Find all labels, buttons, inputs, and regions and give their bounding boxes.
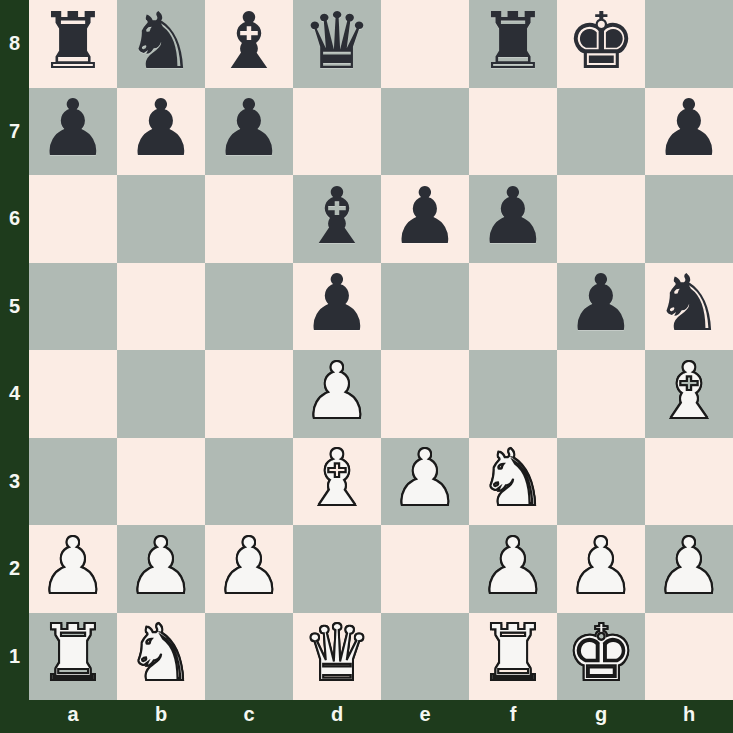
- square-d7[interactable]: [293, 88, 381, 176]
- square-f2[interactable]: ♟: [469, 525, 557, 613]
- rank-label-5: 5: [0, 263, 29, 351]
- piece-white-pawn-d4[interactable]: ♟: [302, 352, 372, 430]
- rank-label-4: 4: [0, 350, 29, 438]
- piece-black-pawn-d5[interactable]: ♟: [302, 264, 372, 342]
- piece-white-pawn-h2[interactable]: ♟: [654, 527, 724, 605]
- rank-label-6: 6: [0, 175, 29, 263]
- square-d2[interactable]: [293, 525, 381, 613]
- square-h5[interactable]: ♞: [645, 263, 733, 351]
- square-b1[interactable]: ♞: [117, 613, 205, 701]
- file-label-d: d: [293, 700, 381, 733]
- square-f6[interactable]: ♟: [469, 175, 557, 263]
- piece-white-pawn-c2[interactable]: ♟: [214, 527, 284, 605]
- piece-white-rook-f1[interactable]: ♜: [478, 614, 548, 692]
- piece-white-bishop-h4[interactable]: ♝: [654, 352, 724, 430]
- square-h7[interactable]: ♟: [645, 88, 733, 176]
- file-label-g: g: [557, 700, 645, 733]
- file-label-b: b: [117, 700, 205, 733]
- square-c4[interactable]: [205, 350, 293, 438]
- rank-labels: 87654321: [0, 0, 29, 700]
- square-d8[interactable]: ♛: [293, 0, 381, 88]
- square-a4[interactable]: [29, 350, 117, 438]
- square-h8[interactable]: [645, 0, 733, 88]
- piece-black-pawn-e6[interactable]: ♟: [390, 177, 460, 255]
- square-a2[interactable]: ♟: [29, 525, 117, 613]
- square-f1[interactable]: ♜: [469, 613, 557, 701]
- square-c3[interactable]: [205, 438, 293, 526]
- square-b7[interactable]: ♟: [117, 88, 205, 176]
- square-b2[interactable]: ♟: [117, 525, 205, 613]
- piece-white-king-g1[interactable]: ♚: [566, 614, 636, 692]
- square-a3[interactable]: [29, 438, 117, 526]
- piece-black-pawn-c7[interactable]: ♟: [214, 89, 284, 167]
- piece-white-pawn-f2[interactable]: ♟: [478, 527, 548, 605]
- piece-black-king-g8[interactable]: ♚: [566, 2, 636, 80]
- square-b5[interactable]: [117, 263, 205, 351]
- piece-white-pawn-b2[interactable]: ♟: [126, 527, 196, 605]
- square-c8[interactable]: ♝: [205, 0, 293, 88]
- square-d6[interactable]: ♝: [293, 175, 381, 263]
- piece-white-rook-a1[interactable]: ♜: [38, 614, 108, 692]
- piece-black-rook-a8[interactable]: ♜: [38, 2, 108, 80]
- square-e4[interactable]: [381, 350, 469, 438]
- square-d3[interactable]: ♝: [293, 438, 381, 526]
- file-label-a: a: [29, 700, 117, 733]
- rank-label-3: 3: [0, 438, 29, 526]
- square-f7[interactable]: [469, 88, 557, 176]
- piece-white-bishop-d3[interactable]: ♝: [302, 439, 372, 517]
- piece-white-pawn-a2[interactable]: ♟: [38, 527, 108, 605]
- square-g6[interactable]: [557, 175, 645, 263]
- square-c6[interactable]: [205, 175, 293, 263]
- piece-black-queen-d8[interactable]: ♛: [302, 2, 372, 80]
- square-f5[interactable]: [469, 263, 557, 351]
- square-h2[interactable]: ♟: [645, 525, 733, 613]
- square-g4[interactable]: [557, 350, 645, 438]
- square-c7[interactable]: ♟: [205, 88, 293, 176]
- square-a7[interactable]: ♟: [29, 88, 117, 176]
- file-label-h: h: [645, 700, 733, 733]
- square-b3[interactable]: [117, 438, 205, 526]
- square-h6[interactable]: [645, 175, 733, 263]
- square-e5[interactable]: [381, 263, 469, 351]
- piece-white-pawn-e3[interactable]: ♟: [390, 439, 460, 517]
- piece-black-bishop-d6[interactable]: ♝: [302, 177, 372, 255]
- square-f4[interactable]: [469, 350, 557, 438]
- piece-black-rook-f8[interactable]: ♜: [478, 2, 548, 80]
- square-b4[interactable]: [117, 350, 205, 438]
- piece-white-knight-b1[interactable]: ♞: [126, 614, 196, 692]
- piece-black-pawn-g5[interactable]: ♟: [566, 264, 636, 342]
- square-g1[interactable]: ♚: [557, 613, 645, 701]
- chess-board-frame: 87654321 ♜♞♝♛♜♚♟♟♟♟♝♟♟♟♟♞♟♝♝♟♞♟♟♟♟♟♟♜♞♛♜…: [0, 0, 733, 733]
- square-e2[interactable]: [381, 525, 469, 613]
- piece-white-queen-d1[interactable]: ♛: [302, 614, 372, 692]
- file-label-f: f: [469, 700, 557, 733]
- square-a8[interactable]: ♜: [29, 0, 117, 88]
- piece-black-pawn-h7[interactable]: ♟: [654, 89, 724, 167]
- square-g8[interactable]: ♚: [557, 0, 645, 88]
- square-c1[interactable]: [205, 613, 293, 701]
- piece-black-knight-h5[interactable]: ♞: [654, 264, 724, 342]
- rank-label-7: 7: [0, 88, 29, 176]
- square-e1[interactable]: [381, 613, 469, 701]
- square-h3[interactable]: [645, 438, 733, 526]
- piece-black-knight-b8[interactable]: ♞: [126, 2, 196, 80]
- square-e7[interactable]: [381, 88, 469, 176]
- square-e3[interactable]: ♟: [381, 438, 469, 526]
- square-b6[interactable]: [117, 175, 205, 263]
- rank-label-1: 1: [0, 613, 29, 701]
- piece-black-pawn-f6[interactable]: ♟: [478, 177, 548, 255]
- rank-label-8: 8: [0, 0, 29, 88]
- square-g7[interactable]: [557, 88, 645, 176]
- square-c2[interactable]: ♟: [205, 525, 293, 613]
- square-f8[interactable]: ♜: [469, 0, 557, 88]
- piece-white-knight-f3[interactable]: ♞: [478, 439, 548, 517]
- piece-black-bishop-c8[interactable]: ♝: [214, 2, 284, 80]
- square-a6[interactable]: [29, 175, 117, 263]
- square-d4[interactable]: ♟: [293, 350, 381, 438]
- square-d5[interactable]: ♟: [293, 263, 381, 351]
- square-g3[interactable]: [557, 438, 645, 526]
- square-h4[interactable]: ♝: [645, 350, 733, 438]
- square-a1[interactable]: ♜: [29, 613, 117, 701]
- square-e6[interactable]: ♟: [381, 175, 469, 263]
- piece-white-pawn-g2[interactable]: ♟: [566, 527, 636, 605]
- file-label-c: c: [205, 700, 293, 733]
- square-d1[interactable]: ♛: [293, 613, 381, 701]
- file-label-e: e: [381, 700, 469, 733]
- square-h1[interactable]: [645, 613, 733, 701]
- square-g2[interactable]: ♟: [557, 525, 645, 613]
- square-f3[interactable]: ♞: [469, 438, 557, 526]
- chess-board: ♜♞♝♛♜♚♟♟♟♟♝♟♟♟♟♞♟♝♝♟♞♟♟♟♟♟♟♜♞♛♜♚: [29, 0, 733, 700]
- square-c5[interactable]: [205, 263, 293, 351]
- piece-black-pawn-a7[interactable]: ♟: [38, 89, 108, 167]
- square-b8[interactable]: ♞: [117, 0, 205, 88]
- piece-black-pawn-b7[interactable]: ♟: [126, 89, 196, 167]
- square-e8[interactable]: [381, 0, 469, 88]
- rank-label-2: 2: [0, 525, 29, 613]
- file-labels: abcdefgh: [29, 700, 733, 733]
- square-g5[interactable]: ♟: [557, 263, 645, 351]
- square-a5[interactable]: [29, 263, 117, 351]
